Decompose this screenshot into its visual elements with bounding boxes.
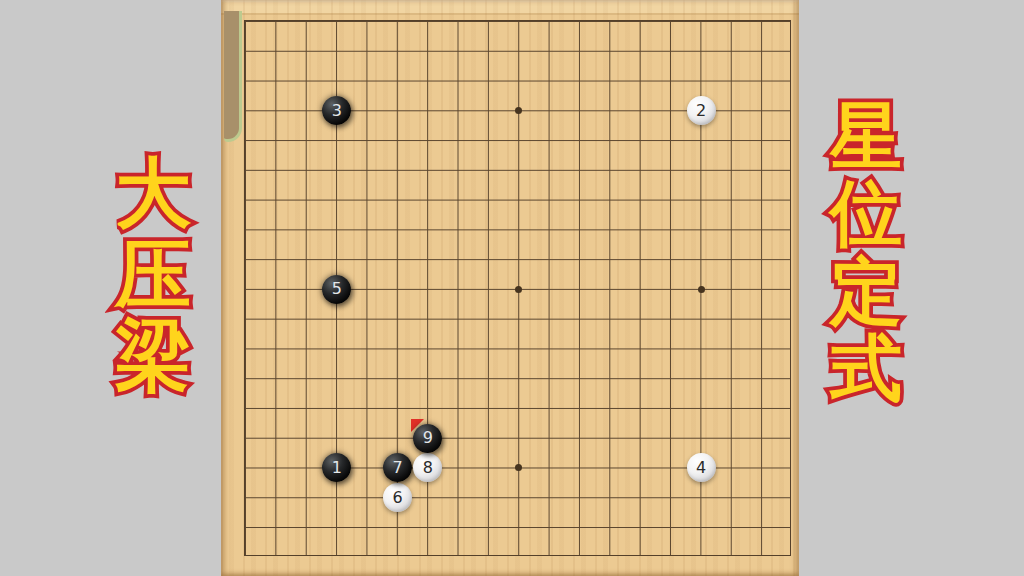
stone-black-5: 5 [322, 275, 351, 304]
stone-white-4: 4 [687, 453, 716, 482]
stone-number: 9 [423, 430, 433, 446]
left-caption-text: 大压梁 [115, 152, 191, 397]
left-caption: 大压梁 大压梁 [115, 152, 191, 397]
stone-number: 7 [392, 460, 402, 476]
star-point [515, 107, 522, 114]
stone-black-3: 3 [322, 96, 351, 125]
stone-black-7: 7 [383, 453, 412, 482]
stone-white-6: 6 [383, 483, 412, 512]
star-point [515, 464, 522, 471]
stone-black-1: 1 [322, 453, 351, 482]
screen: 大压梁 大压梁 123456789 星位定式 星位定式 [0, 0, 1024, 576]
star-point [698, 286, 705, 293]
stone-number: 4 [696, 460, 706, 476]
stone-white-2: 2 [687, 96, 716, 125]
stone-number: 5 [332, 281, 342, 297]
stone-number: 1 [332, 460, 342, 476]
right-caption-text: 星位定式 [830, 98, 902, 408]
right-caption: 星位定式 星位定式 [830, 98, 902, 408]
star-point [515, 286, 522, 293]
board-grid[interactable]: 123456789 [244, 20, 791, 556]
stone-number: 3 [332, 103, 342, 119]
panel-tab [224, 11, 242, 142]
stone-number: 2 [696, 103, 706, 119]
go-board[interactable]: 123456789 [221, 0, 799, 576]
stone-black-9: 9 [413, 424, 442, 453]
stone-number: 6 [392, 490, 402, 506]
stone-number: 8 [423, 460, 433, 476]
stone-white-8: 8 [413, 453, 442, 482]
